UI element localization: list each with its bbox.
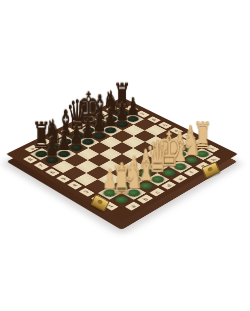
product-photo: abcdefgh8♜♞♝♛♚♝♞♜87♟♟♟♟♟♟♟♟7665544332♟♟♟… <box>0 0 250 311</box>
piece-glyph: ♟ <box>45 134 59 160</box>
black-pawn-a7[interactable]: ♟ <box>41 134 65 160</box>
board-surface: abcdefgh8♜♞♝♛♚♝♞♜87♟♟♟♟♟♟♟♟7665544332♟♟♟… <box>12 100 233 219</box>
coordinate-cell: 6 <box>42 166 63 178</box>
coordinate-label: a <box>125 201 141 210</box>
square-a5[interactable] <box>63 166 87 179</box>
chessboard-scene: abcdefgh8♜♞♝♛♚♝♞♜87♟♟♟♟♟♟♟♟7665544332♟♟♟… <box>0 0 250 311</box>
piece-glyph: ♜ <box>111 161 132 199</box>
chessboard: abcdefgh8♜♞♝♛♚♝♞♜87♟♟♟♟♟♟♟♟7665544332♟♟♟… <box>6 97 238 222</box>
white-rook-a1[interactable]: ♜ <box>105 161 139 199</box>
